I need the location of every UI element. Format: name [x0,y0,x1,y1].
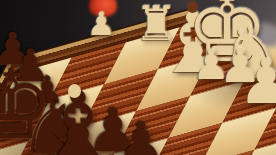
dark-pawn-e5[interactable]: ♟ [107,115,174,155]
white-pawn-b8[interactable]: ♟ [82,8,120,40]
white-pawn-g5[interactable]: ♟ [229,51,276,113]
chess-photo-scene: ♟♟♟♚♞♝♟♟♟♜♝♚♞♟♟♟ [0,0,276,155]
pieces-layer: ♟♟♟♚♞♝♟♟♟♜♝♚♞♟♟♟ [0,0,276,155]
bishop-finial-tip [68,84,81,98]
